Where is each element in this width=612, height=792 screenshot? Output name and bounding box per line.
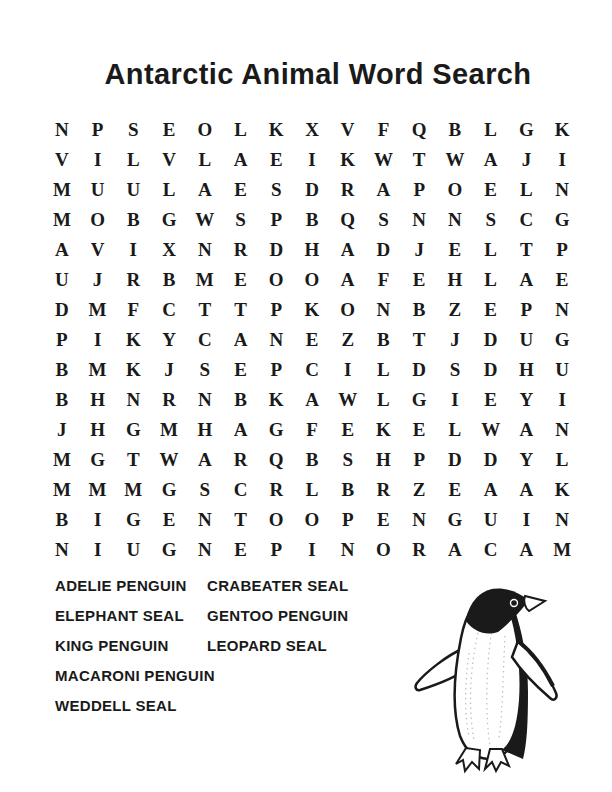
grid-cell-r15c14: A: [509, 535, 545, 565]
grid-cell-r14c13: U: [473, 505, 509, 535]
grid-cell-r15c12: A: [437, 535, 473, 565]
grid-cell-r12c15: L: [544, 445, 580, 475]
grid-cell-r10c4: R: [151, 385, 187, 415]
grid-cell-r11c11: E: [401, 415, 437, 445]
grid-cell-r2c12: W: [437, 145, 473, 175]
grid-cell-r14c14: I: [509, 505, 545, 535]
grid-cell-r8c7: N: [258, 325, 294, 355]
grid-cell-r13c7: R: [258, 475, 294, 505]
grid-cell-r6c14: A: [509, 265, 545, 295]
grid-cell-r10c15: I: [544, 385, 580, 415]
grid-cell-r15c2: I: [80, 535, 116, 565]
grid-cell-r11c1: J: [44, 415, 80, 445]
grid-cell-r1c12: B: [437, 115, 473, 145]
grid-cell-r13c4: G: [151, 475, 187, 505]
grid-cell-r11c4: M: [151, 415, 187, 445]
grid-cell-r8c4: Y: [151, 325, 187, 355]
grid-cell-r12c6: R: [223, 445, 259, 475]
grid-cell-r2c3: L: [115, 145, 151, 175]
grid-cell-r2c7: E: [258, 145, 294, 175]
grid-cell-r9c10: L: [366, 355, 402, 385]
grid-cell-r13c13: A: [473, 475, 509, 505]
grid-cell-r13c12: E: [437, 475, 473, 505]
grid-cell-r1c13: L: [473, 115, 509, 145]
grid-cell-r15c5: N: [187, 535, 223, 565]
grid-cell-r13c14: A: [509, 475, 545, 505]
grid-cell-r5c6: R: [223, 235, 259, 265]
grid-cell-r1c4: E: [151, 115, 187, 145]
grid-cell-r13c15: K: [544, 475, 580, 505]
grid-cell-r5c15: P: [544, 235, 580, 265]
grid-cell-r3c4: L: [151, 175, 187, 205]
grid-cell-r10c3: N: [115, 385, 151, 415]
grid-cell-r1c2: P: [80, 115, 116, 145]
grid-cell-r6c4: B: [151, 265, 187, 295]
grid-cell-r5c13: L: [473, 235, 509, 265]
grid-cell-r12c4: W: [151, 445, 187, 475]
grid-cell-r6c8: O: [294, 265, 330, 295]
grid-cell-r4c14: C: [509, 205, 545, 235]
grid-cell-r7c4: C: [151, 295, 187, 325]
grid-cell-r13c2: M: [80, 475, 116, 505]
grid-cell-r9c12: S: [437, 355, 473, 385]
grid-cell-r6c2: J: [80, 265, 116, 295]
grid-cell-r7c15: N: [544, 295, 580, 325]
word-item: MACARONI PENGUIN: [55, 667, 207, 684]
grid-cell-r8c13: D: [473, 325, 509, 355]
grid-cell-r2c13: A: [473, 145, 509, 175]
grid-cell-r3c5: A: [187, 175, 223, 205]
word-item: GENTOO PENGUIN: [207, 607, 348, 624]
grid-cell-r15c1: N: [44, 535, 80, 565]
grid-cell-r3c9: R: [330, 175, 366, 205]
grid-cell-r3c6: E: [223, 175, 259, 205]
grid-cell-r6c12: H: [437, 265, 473, 295]
word-item: LEOPARD SEAL: [207, 637, 327, 654]
grid-cell-r14c12: G: [437, 505, 473, 535]
grid-cell-r3c12: O: [437, 175, 473, 205]
grid-cell-r14c4: E: [151, 505, 187, 535]
grid-cell-r13c8: L: [294, 475, 330, 505]
grid-cell-r4c8: B: [294, 205, 330, 235]
grid-cell-r12c5: A: [187, 445, 223, 475]
grid-cell-r3c2: U: [80, 175, 116, 205]
word-list-row: ADELIE PENGUINCRABEATER SEAL: [55, 570, 348, 600]
grid-cell-r5c2: V: [80, 235, 116, 265]
grid-cell-r15c15: M: [544, 535, 580, 565]
grid-cell-r5c11: J: [401, 235, 437, 265]
grid-cell-r11c15: N: [544, 415, 580, 445]
grid-cell-r7c14: P: [509, 295, 545, 325]
grid-cell-r6c11: E: [401, 265, 437, 295]
grid-cell-r15c9: N: [330, 535, 366, 565]
grid-cell-r15c11: R: [401, 535, 437, 565]
grid-cell-r12c14: Y: [509, 445, 545, 475]
grid-cell-r8c6: A: [223, 325, 259, 355]
grid-cell-r11c14: A: [509, 415, 545, 445]
grid-cell-r5c10: D: [366, 235, 402, 265]
grid-cell-r1c5: O: [187, 115, 223, 145]
grid-cell-r13c11: Z: [401, 475, 437, 505]
grid-cell-r7c13: E: [473, 295, 509, 325]
grid-cell-r15c13: C: [473, 535, 509, 565]
grid-cell-r4c11: N: [401, 205, 437, 235]
word-list-row: ELEPHANT SEALGENTOO PENGUIN: [55, 600, 348, 630]
grid-cell-r3c15: N: [544, 175, 580, 205]
grid-cell-r12c9: S: [330, 445, 366, 475]
grid-cell-r12c1: M: [44, 445, 80, 475]
grid-cell-r8c12: J: [437, 325, 473, 355]
grid-cell-r14c1: B: [44, 505, 80, 535]
grid-cell-r10c9: W: [330, 385, 366, 415]
grid-cell-r7c1: D: [44, 295, 80, 325]
grid-cell-r9c4: J: [151, 355, 187, 385]
grid-cell-r5c1: A: [44, 235, 80, 265]
grid-cell-r1c7: K: [258, 115, 294, 145]
grid-cell-r14c8: O: [294, 505, 330, 535]
grid-cell-r4c3: B: [115, 205, 151, 235]
grid-cell-r14c6: T: [223, 505, 259, 535]
grid-cell-r8c5: C: [187, 325, 223, 355]
grid-cell-r5c5: N: [187, 235, 223, 265]
grid-cell-r13c6: C: [223, 475, 259, 505]
grid-cell-r11c6: A: [223, 415, 259, 445]
grid-cell-r2c8: I: [294, 145, 330, 175]
grid-cell-r10c14: Y: [509, 385, 545, 415]
grid-cell-r7c7: P: [258, 295, 294, 325]
grid-cell-r1c11: Q: [401, 115, 437, 145]
page-title: Antarctic Animal Word Search: [12, 58, 612, 91]
grid-cell-r11c2: H: [80, 415, 116, 445]
grid-cell-r3c10: A: [366, 175, 402, 205]
grid-cell-r14c15: N: [544, 505, 580, 535]
grid-cell-r8c3: K: [115, 325, 151, 355]
grid-cell-r9c14: H: [509, 355, 545, 385]
grid-cell-r5c8: H: [294, 235, 330, 265]
grid-cell-r7c3: F: [115, 295, 151, 325]
grid-cell-r12c13: D: [473, 445, 509, 475]
grid-cell-r3c7: S: [258, 175, 294, 205]
grid-cell-r3c11: P: [401, 175, 437, 205]
grid-cell-r12c7: Q: [258, 445, 294, 475]
grid-cell-r5c12: E: [437, 235, 473, 265]
grid-cell-r6c15: E: [544, 265, 580, 295]
grid-cell-r3c14: L: [509, 175, 545, 205]
grid-cell-r5c14: T: [509, 235, 545, 265]
grid-cell-r10c1: B: [44, 385, 80, 415]
grid-cell-r11c9: E: [330, 415, 366, 445]
grid-cell-r2c6: A: [223, 145, 259, 175]
grid-cell-r12c8: B: [294, 445, 330, 475]
grid-cell-r8c11: T: [401, 325, 437, 355]
grid-cell-r3c1: M: [44, 175, 80, 205]
grid-cell-r9c3: K: [115, 355, 151, 385]
grid-cell-r4c12: N: [437, 205, 473, 235]
grid-cell-r11c13: W: [473, 415, 509, 445]
grid-cell-r1c1: N: [44, 115, 80, 145]
grid-cell-r11c12: L: [437, 415, 473, 445]
grid-cell-r13c5: S: [187, 475, 223, 505]
grid-cell-r7c9: O: [330, 295, 366, 325]
grid-cell-r7c8: K: [294, 295, 330, 325]
grid-cell-r10c8: A: [294, 385, 330, 415]
grid-cell-r10c7: K: [258, 385, 294, 415]
grid-cell-r11c3: G: [115, 415, 151, 445]
grid-cell-r15c4: G: [151, 535, 187, 565]
grid-cell-r1c3: S: [115, 115, 151, 145]
word-item: ADELIE PENGUIN: [55, 577, 207, 594]
grid-cell-r8c2: I: [80, 325, 116, 355]
grid-cell-r6c6: E: [223, 265, 259, 295]
grid-cell-r11c10: K: [366, 415, 402, 445]
word-list-row: WEDDELL SEAL: [55, 690, 348, 720]
grid-cell-r14c3: G: [115, 505, 151, 535]
grid-cell-r2c10: W: [366, 145, 402, 175]
grid-cell-r1c10: F: [366, 115, 402, 145]
grid-cell-r4c4: G: [151, 205, 187, 235]
grid-cell-r13c10: R: [366, 475, 402, 505]
grid-cell-r15c10: O: [366, 535, 402, 565]
grid-cell-r7c2: M: [80, 295, 116, 325]
grid-cell-r8c10: B: [366, 325, 402, 355]
grid-cell-r1c9: V: [330, 115, 366, 145]
grid-cell-r6c5: M: [187, 265, 223, 295]
grid-cell-r11c8: F: [294, 415, 330, 445]
grid-cell-r9c1: B: [44, 355, 80, 385]
grid-cell-r5c4: X: [151, 235, 187, 265]
grid-cell-r5c7: D: [258, 235, 294, 265]
grid-cell-r13c1: M: [44, 475, 80, 505]
grid-cell-r1c6: L: [223, 115, 259, 145]
grid-cell-r8c8: E: [294, 325, 330, 355]
grid-cell-r4c15: G: [544, 205, 580, 235]
grid-cell-r1c15: K: [544, 115, 580, 145]
grid-cell-r10c5: N: [187, 385, 223, 415]
grid-cell-r12c12: D: [437, 445, 473, 475]
grid-cell-r14c9: P: [330, 505, 366, 535]
grid-cell-r4c9: Q: [330, 205, 366, 235]
grid-cell-r3c8: D: [294, 175, 330, 205]
grid-cell-r9c2: M: [80, 355, 116, 385]
grid-cell-r9c6: E: [223, 355, 259, 385]
grid-cell-r8c15: G: [544, 325, 580, 355]
grid-cell-r2c2: I: [80, 145, 116, 175]
grid-cell-r10c13: E: [473, 385, 509, 415]
grid-cell-r8c14: U: [509, 325, 545, 355]
grid-cell-r1c14: G: [509, 115, 545, 145]
grid-cell-r10c10: L: [366, 385, 402, 415]
grid-cell-r6c7: O: [258, 265, 294, 295]
grid-cell-r4c5: W: [187, 205, 223, 235]
grid-cell-r2c11: T: [401, 145, 437, 175]
word-list-row: KING PENGUINLEOPARD SEAL: [55, 630, 348, 660]
penguin-left-foot: [456, 748, 480, 771]
word-item: ELEPHANT SEAL: [55, 607, 207, 624]
grid-cell-r10c11: G: [401, 385, 437, 415]
grid-cell-r14c10: E: [366, 505, 402, 535]
grid-cell-r6c10: F: [366, 265, 402, 295]
penguin-illustration: [406, 578, 574, 780]
grid-cell-r6c3: R: [115, 265, 151, 295]
grid-cell-r9c5: S: [187, 355, 223, 385]
grid-cell-r15c3: U: [115, 535, 151, 565]
grid-cell-r2c15: I: [544, 145, 580, 175]
grid-cell-r9c13: D: [473, 355, 509, 385]
word-list: ADELIE PENGUINCRABEATER SEALELEPHANT SEA…: [55, 570, 348, 720]
grid-cell-r2c5: L: [187, 145, 223, 175]
grid-cell-r15c8: I: [294, 535, 330, 565]
grid-cell-r11c7: G: [258, 415, 294, 445]
grid-cell-r7c11: B: [401, 295, 437, 325]
grid-cell-r4c13: S: [473, 205, 509, 235]
grid-cell-r9c15: U: [544, 355, 580, 385]
grid-cell-r12c10: H: [366, 445, 402, 475]
grid-cell-r2c4: V: [151, 145, 187, 175]
grid-cell-r5c3: I: [115, 235, 151, 265]
grid-cell-r4c1: M: [44, 205, 80, 235]
grid-cell-r3c3: U: [115, 175, 151, 205]
grid-cell-r3c13: E: [473, 175, 509, 205]
grid-cell-r2c9: K: [330, 145, 366, 175]
grid-cell-r5c9: A: [330, 235, 366, 265]
penguin-beak: [524, 596, 545, 611]
grid-cell-r9c11: D: [401, 355, 437, 385]
word-list-row: MACARONI PENGUIN: [55, 660, 348, 690]
grid-cell-r2c1: V: [44, 145, 80, 175]
grid-cell-r4c2: O: [80, 205, 116, 235]
grid-cell-r14c2: I: [80, 505, 116, 535]
grid-cell-r9c8: C: [294, 355, 330, 385]
grid-cell-r8c1: P: [44, 325, 80, 355]
grid-cell-r7c6: T: [223, 295, 259, 325]
grid-cell-r4c6: S: [223, 205, 259, 235]
grid-cell-r1c8: X: [294, 115, 330, 145]
grid-cell-r10c12: I: [437, 385, 473, 415]
grid-cell-r14c7: O: [258, 505, 294, 535]
grid-cell-r7c5: T: [187, 295, 223, 325]
grid-cell-r4c10: S: [366, 205, 402, 235]
grid-cell-r6c1: U: [44, 265, 80, 295]
grid-cell-r7c10: N: [366, 295, 402, 325]
grid-cell-r14c5: N: [187, 505, 223, 535]
grid-cell-r8c9: Z: [330, 325, 366, 355]
grid-cell-r11c5: H: [187, 415, 223, 445]
grid-cell-r15c7: P: [258, 535, 294, 565]
grid-cell-r10c2: H: [80, 385, 116, 415]
word-item: CRABEATER SEAL: [207, 577, 348, 594]
word-item: WEDDELL SEAL: [55, 697, 207, 714]
grid-cell-r13c9: B: [330, 475, 366, 505]
grid-cell-r2c14: J: [509, 145, 545, 175]
grid-cell-r14c11: N: [401, 505, 437, 535]
grid-cell-r12c3: T: [115, 445, 151, 475]
grid-cell-r12c2: G: [80, 445, 116, 475]
word-search-grid: NPSEOLKXVFQBLGKVILVLAEIKWTWAJIMUULAESDRA…: [44, 115, 580, 565]
grid-cell-r9c7: P: [258, 355, 294, 385]
grid-cell-r7c12: Z: [437, 295, 473, 325]
grid-cell-r6c9: A: [330, 265, 366, 295]
grid-cell-r4c7: P: [258, 205, 294, 235]
grid-cell-r13c3: M: [115, 475, 151, 505]
grid-cell-r6c13: L: [473, 265, 509, 295]
grid-cell-r10c6: B: [223, 385, 259, 415]
grid-cell-r15c6: E: [223, 535, 259, 565]
grid-cell-r9c9: I: [330, 355, 366, 385]
word-item: KING PENGUIN: [55, 637, 207, 654]
grid-cell-r12c11: P: [401, 445, 437, 475]
